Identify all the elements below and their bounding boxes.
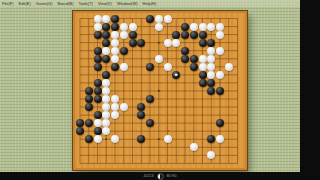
black-stone-m5	[181, 47, 189, 55]
white-stone-e5	[111, 47, 119, 55]
white-stone-e12	[111, 103, 119, 111]
black-stone-e2	[111, 23, 119, 31]
black-stone-d4	[102, 39, 110, 47]
white-stone-q5	[216, 47, 224, 55]
turn-indicator-stone-icon[interactable]	[157, 173, 164, 180]
menu-item-8[interactable]: Help(H)	[143, 0, 157, 7]
black-stone-c9	[94, 79, 102, 87]
black-stone-b10	[85, 87, 93, 95]
black-stone-o8	[199, 71, 207, 79]
black-stone-l3	[172, 31, 180, 39]
black-stone-c5	[94, 47, 102, 55]
black-stone-q10	[216, 87, 224, 95]
white-stone-p6	[207, 55, 215, 63]
menu-item-3[interactable]: Game(G)	[36, 0, 53, 7]
white-stone-d1	[102, 15, 110, 23]
black-stone-i1	[146, 15, 154, 23]
white-stone-e6	[111, 55, 119, 63]
black-stone-b12	[85, 103, 93, 111]
white-stone-o6	[199, 55, 207, 63]
black-stone-o3	[199, 31, 207, 39]
black-stone-c3	[94, 31, 102, 39]
white-stone-k16	[164, 135, 172, 143]
white-stone-o7	[199, 63, 207, 71]
white-stone-f2	[120, 23, 128, 31]
menu-item-7[interactable]: Window(W)	[117, 0, 138, 7]
white-stone-k1	[164, 15, 172, 23]
black-stone-n7	[190, 63, 198, 71]
status-bar: 4/213 80:90	[0, 172, 320, 180]
menu-item-1[interactable]: File(F)	[2, 0, 14, 7]
white-stone-p2	[207, 23, 215, 31]
black-stone-b14	[85, 119, 93, 127]
move-counter: 4/213	[143, 172, 153, 180]
white-stone-k4	[164, 39, 172, 47]
black-stone-i7	[146, 63, 154, 71]
menu-item-5[interactable]: Tools(T)	[78, 0, 92, 7]
black-stone-c15	[94, 127, 102, 135]
white-stone-n2	[190, 23, 198, 31]
go-board[interactable]	[73, 11, 247, 170]
black-stone-n6	[190, 55, 198, 63]
black-stone-b11	[85, 95, 93, 103]
white-stone-f12	[120, 103, 128, 111]
white-stone-q3	[216, 31, 224, 39]
white-stone-f7	[120, 63, 128, 71]
black-stone-d2	[102, 23, 110, 31]
white-stone-g2	[129, 23, 137, 31]
black-stone-e1	[111, 15, 119, 23]
white-stone-j2	[155, 23, 163, 31]
black-stone-f5	[120, 47, 128, 55]
white-stone-q8	[216, 71, 224, 79]
black-stone-m2	[181, 23, 189, 31]
white-stone-l4	[172, 39, 180, 47]
white-stone-r7	[225, 63, 233, 71]
white-stone-k7	[164, 63, 172, 71]
menu-item-4[interactable]: Board(B)	[57, 0, 73, 7]
black-stone-b16	[85, 135, 93, 143]
menu-item-2[interactable]: Edit(E)	[19, 0, 31, 7]
black-stone-o9	[199, 79, 207, 87]
white-stone-j1	[155, 15, 163, 23]
white-stone-e11	[111, 95, 119, 103]
white-stone-q2	[216, 23, 224, 31]
white-stone-c2	[94, 23, 102, 31]
black-stone-c11	[94, 95, 102, 103]
menu-bar: File(F)Edit(E)Game(G)Board(B)Tools(T)Vie…	[0, 0, 302, 7]
black-stone-c13	[94, 111, 102, 119]
white-stone-o2	[199, 23, 207, 31]
black-stone-h4	[137, 39, 145, 47]
white-stone-j6	[155, 55, 163, 63]
last-move-marker	[175, 74, 178, 77]
black-stone-g4	[129, 39, 137, 47]
right-letterbox-panel	[300, 0, 320, 180]
black-stone-p4	[207, 39, 215, 47]
black-stone-n3	[190, 31, 198, 39]
white-stone-e3	[111, 31, 119, 39]
black-stone-g3	[129, 31, 137, 39]
red-dot-marker	[167, 130, 169, 132]
black-stone-c6	[94, 55, 102, 63]
black-stone-m6	[181, 55, 189, 63]
app-window: File(F)Edit(E)Game(G)Board(B)Tools(T)Vie…	[0, 0, 320, 180]
black-stone-c7	[94, 63, 102, 71]
white-stone-c14	[94, 119, 102, 127]
black-stone-c10	[94, 87, 102, 95]
white-stone-e4	[111, 39, 119, 47]
black-stone-o4	[199, 39, 207, 47]
white-stone-c16	[94, 135, 102, 143]
black-stone-i11	[146, 95, 154, 103]
black-stone-m3	[181, 31, 189, 39]
white-stone-d5	[102, 47, 110, 55]
black-stone-d3	[102, 31, 110, 39]
menu-item-6[interactable]: View(V)	[98, 0, 112, 7]
score-text: 80:90	[167, 172, 177, 180]
black-stone-e7	[111, 63, 119, 71]
white-stone-p5	[207, 47, 215, 55]
black-stone-d6	[102, 55, 110, 63]
white-stone-f3	[120, 31, 128, 39]
white-stone-c1	[94, 15, 102, 23]
